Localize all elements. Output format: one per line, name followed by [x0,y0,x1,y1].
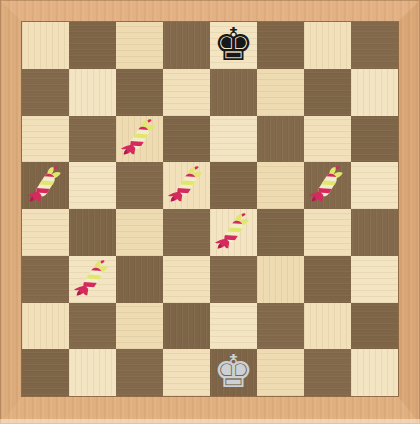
square-a7[interactable] [22,69,69,116]
square-a4[interactable] [22,209,69,256]
square-b4[interactable] [69,209,116,256]
square-e1[interactable]: ♚ [210,349,257,396]
candy-marker[interactable] [163,159,210,211]
square-g5[interactable] [304,162,351,209]
square-d4[interactable] [163,209,210,256]
square-d8[interactable] [163,22,210,69]
square-b3[interactable] [69,256,116,303]
square-d6[interactable] [163,116,210,163]
square-d3[interactable] [163,256,210,303]
candy-marker[interactable] [116,113,163,165]
square-f4[interactable] [257,209,304,256]
square-e8[interactable]: ♚ [210,22,257,69]
square-b6[interactable] [69,116,116,163]
candy-marker[interactable] [210,206,257,258]
square-d2[interactable] [163,303,210,350]
square-f8[interactable] [257,22,304,69]
candy-marker[interactable] [22,159,69,211]
white-king-piece[interactable]: ♚ [213,349,253,394]
square-e5[interactable] [210,162,257,209]
square-e3[interactable] [210,256,257,303]
square-c2[interactable] [116,303,163,350]
candy-marker[interactable] [304,159,351,211]
square-f7[interactable] [257,69,304,116]
square-c6[interactable] [116,116,163,163]
square-d5[interactable] [163,162,210,209]
square-c7[interactable] [116,69,163,116]
frame-bottom-edge-highlight [0,419,420,424]
square-h4[interactable] [351,209,398,256]
square-f1[interactable] [257,349,304,396]
square-c3[interactable] [116,256,163,303]
square-b7[interactable] [69,69,116,116]
square-b1[interactable] [69,349,116,396]
square-a3[interactable] [22,256,69,303]
square-f5[interactable] [257,162,304,209]
square-g1[interactable] [304,349,351,396]
square-c1[interactable] [116,349,163,396]
candy-marker[interactable] [69,253,116,305]
square-g7[interactable] [304,69,351,116]
square-a8[interactable] [22,22,69,69]
square-c5[interactable] [116,162,163,209]
square-f3[interactable] [257,256,304,303]
square-b5[interactable] [69,162,116,209]
square-e7[interactable] [210,69,257,116]
square-g8[interactable] [304,22,351,69]
square-a5[interactable] [22,162,69,209]
board: ♚♚ [22,22,398,396]
square-f2[interactable] [257,303,304,350]
square-h2[interactable] [351,303,398,350]
square-a6[interactable] [22,116,69,163]
square-h7[interactable] [351,69,398,116]
square-g3[interactable] [304,256,351,303]
square-e4[interactable] [210,209,257,256]
square-b8[interactable] [69,22,116,69]
square-h1[interactable] [351,349,398,396]
square-g4[interactable] [304,209,351,256]
square-a2[interactable] [22,303,69,350]
square-e2[interactable] [210,303,257,350]
square-e6[interactable] [210,116,257,163]
square-d7[interactable] [163,69,210,116]
square-g2[interactable] [304,303,351,350]
chessboard-photo: ♚♚ [0,0,420,424]
black-king-piece[interactable]: ♚ [213,22,253,67]
square-h8[interactable] [351,22,398,69]
square-h6[interactable] [351,116,398,163]
square-c4[interactable] [116,209,163,256]
square-b2[interactable] [69,303,116,350]
square-h3[interactable] [351,256,398,303]
square-c8[interactable] [116,22,163,69]
square-a1[interactable] [22,349,69,396]
square-g6[interactable] [304,116,351,163]
square-h5[interactable] [351,162,398,209]
square-f6[interactable] [257,116,304,163]
square-d1[interactable] [163,349,210,396]
